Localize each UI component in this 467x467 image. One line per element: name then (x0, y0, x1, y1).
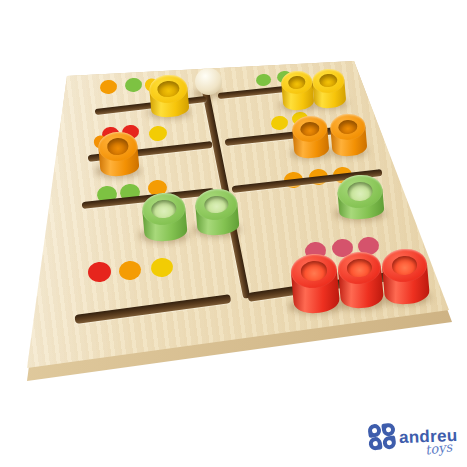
piece-r3-left-green-1[interactable] (140, 191, 187, 243)
piece-r4-right-red-2[interactable] (336, 250, 384, 310)
piece-r3-left-green-2[interactable] (194, 187, 240, 236)
piece-r2-left-orange-1[interactable] (97, 130, 140, 177)
product-photo: andreu toys (0, 0, 467, 467)
piece-r1-right-yellow-3[interactable] (311, 67, 346, 109)
piece-r3-right-green-3[interactable] (336, 173, 385, 221)
piece-r1-left-yellow-1[interactable] (148, 73, 190, 118)
piece-r1-right-yellow-2[interactable] (280, 69, 314, 111)
clover-petal (368, 436, 383, 451)
piece-r4-right-red-1[interactable] (290, 252, 341, 315)
slider-knob-ball[interactable] (195, 68, 222, 95)
piece-r2-right-orange-2[interactable] (291, 115, 330, 160)
andreu-clover-icon (367, 421, 399, 453)
clover-petal (367, 423, 382, 438)
clover-petal (382, 435, 397, 450)
brand-tagline: toys (424, 439, 453, 458)
brand-logo: andreu toys (367, 419, 465, 461)
piece-r4-right-red-3[interactable] (380, 247, 430, 306)
piece-r2-right-orange-3[interactable] (329, 113, 368, 158)
